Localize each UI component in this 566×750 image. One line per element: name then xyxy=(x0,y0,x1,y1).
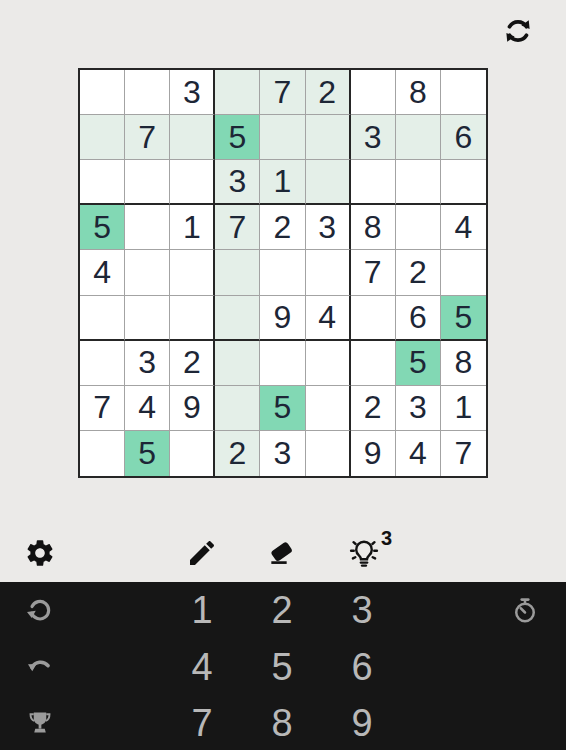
cell-r5c2[interactable] xyxy=(125,250,170,295)
cell-r2c8[interactable] xyxy=(396,115,441,160)
numpad-1[interactable]: 1 xyxy=(177,585,227,635)
cell-r1c7[interactable] xyxy=(351,70,396,115)
numpad-8[interactable]: 8 xyxy=(257,698,307,748)
cell-r8c8[interactable]: 3 xyxy=(396,386,441,431)
cell-r9c9[interactable]: 7 xyxy=(441,431,486,476)
cell-r6c4[interactable] xyxy=(215,296,260,341)
cell-r3c9[interactable] xyxy=(441,160,486,205)
cell-r7c4[interactable] xyxy=(215,341,260,386)
restart-button[interactable] xyxy=(25,595,55,625)
cell-r4c5[interactable]: 2 xyxy=(260,205,305,250)
numpad-9[interactable]: 9 xyxy=(337,698,387,748)
refresh-icon xyxy=(501,36,535,51)
cell-r1c8[interactable]: 8 xyxy=(396,70,441,115)
cell-r6c3[interactable] xyxy=(170,296,215,341)
cell-r2c7[interactable]: 3 xyxy=(351,115,396,160)
sudoku-app-screen: 3728753631517238447294653258749523152394… xyxy=(0,0,566,750)
cell-r7c7[interactable] xyxy=(351,341,396,386)
pencil-notes-button[interactable] xyxy=(186,537,218,569)
cell-r9c8[interactable]: 4 xyxy=(396,431,441,476)
trophy-button[interactable] xyxy=(25,708,55,738)
cell-r5c8[interactable]: 2 xyxy=(396,250,441,295)
cell-r4c9[interactable]: 4 xyxy=(441,205,486,250)
cell-r1c9[interactable] xyxy=(441,70,486,115)
hint-count-badge: 3 xyxy=(381,527,392,550)
cell-r4c3[interactable]: 1 xyxy=(170,205,215,250)
cell-r3c7[interactable] xyxy=(351,160,396,205)
cell-r5c1[interactable]: 4 xyxy=(80,250,125,295)
cell-r7c3[interactable]: 2 xyxy=(170,341,215,386)
numpad-6[interactable]: 6 xyxy=(337,642,387,692)
gear-icon xyxy=(24,557,56,572)
refresh-button[interactable] xyxy=(501,14,535,48)
cell-r8c2[interactable]: 4 xyxy=(125,386,170,431)
cell-r3c1[interactable] xyxy=(80,160,125,205)
cell-r3c5[interactable]: 1 xyxy=(260,160,305,205)
cell-r2c3[interactable] xyxy=(170,115,215,160)
cell-r4c1[interactable]: 5 xyxy=(80,205,125,250)
numpad-2[interactable]: 2 xyxy=(257,585,307,635)
number-panel: 123456789 xyxy=(0,582,566,750)
undo-button[interactable] xyxy=(25,652,55,682)
cell-r2c4[interactable]: 5 xyxy=(215,115,260,160)
restart-icon xyxy=(25,613,55,628)
cell-r3c6[interactable] xyxy=(306,160,351,205)
cell-r5c5[interactable] xyxy=(260,250,305,295)
cell-r4c8[interactable] xyxy=(396,205,441,250)
cell-r9c7[interactable]: 9 xyxy=(351,431,396,476)
cell-r2c2[interactable]: 7 xyxy=(125,115,170,160)
cell-r7c8[interactable]: 5 xyxy=(396,341,441,386)
stopwatch-icon xyxy=(510,613,540,628)
cell-r1c4[interactable] xyxy=(215,70,260,115)
numpad-3[interactable]: 3 xyxy=(337,585,387,635)
eraser-button[interactable] xyxy=(266,537,298,569)
cell-r3c3[interactable] xyxy=(170,160,215,205)
cell-r4c7[interactable]: 8 xyxy=(351,205,396,250)
cell-r3c8[interactable] xyxy=(396,160,441,205)
cell-r6c7[interactable] xyxy=(351,296,396,341)
cell-r8c3[interactable]: 9 xyxy=(170,386,215,431)
cell-r7c2[interactable]: 3 xyxy=(125,341,170,386)
cell-r9c3[interactable] xyxy=(170,431,215,476)
cell-r7c6[interactable] xyxy=(306,341,351,386)
cell-r7c9[interactable]: 8 xyxy=(441,341,486,386)
cell-r2c9[interactable]: 6 xyxy=(441,115,486,160)
cell-r8c9[interactable]: 1 xyxy=(441,386,486,431)
cell-r2c1[interactable] xyxy=(80,115,125,160)
menu-button[interactable] xyxy=(33,20,57,40)
cell-r6c9[interactable]: 5 xyxy=(441,296,486,341)
cell-r7c1[interactable] xyxy=(80,341,125,386)
cell-r4c2[interactable] xyxy=(125,205,170,250)
hint-button[interactable] xyxy=(346,535,382,571)
sudoku-board: 3728753631517238447294653258749523152394… xyxy=(78,68,488,478)
cell-r3c2[interactable] xyxy=(125,160,170,205)
cell-r1c3[interactable]: 3 xyxy=(170,70,215,115)
cell-r9c4[interactable]: 2 xyxy=(215,431,260,476)
numpad-4[interactable]: 4 xyxy=(177,642,227,692)
cell-r6c6[interactable]: 4 xyxy=(306,296,351,341)
cell-r8c1[interactable]: 7 xyxy=(80,386,125,431)
cell-r7c5[interactable] xyxy=(260,341,305,386)
eraser-icon xyxy=(266,557,298,572)
cell-r6c2[interactable] xyxy=(125,296,170,341)
lightbulb-icon xyxy=(346,559,382,574)
cell-r4c4[interactable]: 7 xyxy=(215,205,260,250)
cell-r2c6[interactable] xyxy=(306,115,351,160)
cell-r5c7[interactable]: 7 xyxy=(351,250,396,295)
cell-r9c2[interactable]: 5 xyxy=(125,431,170,476)
cell-r5c9[interactable] xyxy=(441,250,486,295)
timer-button[interactable] xyxy=(510,595,540,625)
cell-r1c2[interactable] xyxy=(125,70,170,115)
cell-r1c1[interactable] xyxy=(80,70,125,115)
undo-icon xyxy=(25,670,55,685)
trophy-icon xyxy=(25,726,55,741)
cell-r4c6[interactable]: 3 xyxy=(306,205,351,250)
cell-r3c4[interactable]: 3 xyxy=(215,160,260,205)
cell-r2c5[interactable] xyxy=(260,115,305,160)
numpad-5[interactable]: 5 xyxy=(257,642,307,692)
settings-button[interactable] xyxy=(24,537,56,569)
cell-r6c5[interactable]: 9 xyxy=(260,296,305,341)
numpad-7[interactable]: 7 xyxy=(177,698,227,748)
cell-r6c8[interactable]: 6 xyxy=(396,296,441,341)
cell-r5c6[interactable] xyxy=(306,250,351,295)
cell-r1c6[interactable]: 2 xyxy=(306,70,351,115)
pencil-icon xyxy=(186,557,218,572)
cell-r8c4[interactable] xyxy=(215,386,260,431)
cell-r5c4[interactable] xyxy=(215,250,260,295)
cell-r1c5[interactable]: 7 xyxy=(260,70,305,115)
cell-r9c6[interactable] xyxy=(306,431,351,476)
cell-r8c6[interactable] xyxy=(306,386,351,431)
cell-r9c1[interactable] xyxy=(80,431,125,476)
cell-r8c7[interactable]: 2 xyxy=(351,386,396,431)
cell-r6c1[interactable] xyxy=(80,296,125,341)
cell-r8c5[interactable]: 5 xyxy=(260,386,305,431)
cell-r5c3[interactable] xyxy=(170,250,215,295)
cell-r9c5[interactable]: 3 xyxy=(260,431,305,476)
